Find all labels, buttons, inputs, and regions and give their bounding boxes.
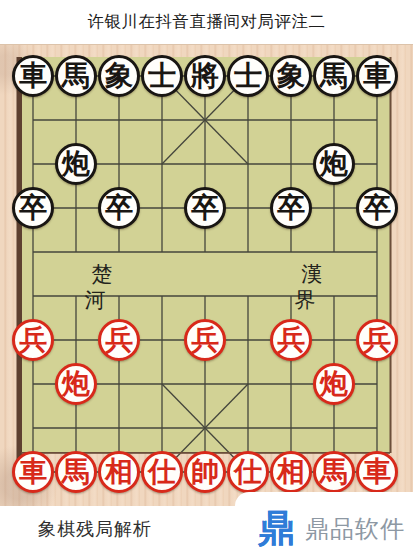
piece-red-仕[interactable]: 仕	[141, 451, 183, 493]
piece-black-卒[interactable]: 卒	[98, 187, 140, 229]
piece-black-車[interactable]: 車	[356, 55, 398, 97]
piece-black-卒[interactable]: 卒	[184, 187, 226, 229]
piece-red-馬[interactable]: 馬	[313, 451, 355, 493]
piece-black-士[interactable]: 士	[227, 55, 269, 97]
page-title: 许银川在抖音直播间对局评注二	[88, 11, 326, 33]
piece-black-象[interactable]: 象	[98, 55, 140, 97]
dingpin-logo-text: 鼎品软件	[305, 513, 405, 545]
piece-red-帥[interactable]: 帥	[184, 451, 226, 493]
piece-black-馬[interactable]: 馬	[55, 55, 97, 97]
piece-red-仕[interactable]: 仕	[227, 451, 269, 493]
piece-red-相[interactable]: 相	[270, 451, 312, 493]
piece-black-將[interactable]: 將	[184, 55, 226, 97]
piece-red-相[interactable]: 相	[98, 451, 140, 493]
piece-red-炮[interactable]: 炮	[55, 363, 97, 405]
piece-red-兵[interactable]: 兵	[184, 319, 226, 361]
piece-red-車[interactable]: 車	[12, 451, 54, 493]
footer-bar: 象棋残局解析 鼎 鼎品软件	[0, 506, 413, 550]
footer-caption: 象棋残局解析	[38, 517, 152, 541]
piece-red-兵[interactable]: 兵	[270, 319, 312, 361]
piece-black-卒[interactable]: 卒	[270, 187, 312, 229]
piece-black-車[interactable]: 車	[12, 55, 54, 97]
piece-red-兵[interactable]: 兵	[98, 319, 140, 361]
xiangqi-board[interactable]: 楚 河 漢 界 車馬象士將士象馬車炮炮卒卒卒卒卒兵兵兵兵兵炮炮車馬相仕帥仕相馬車	[0, 44, 413, 506]
piece-black-象[interactable]: 象	[270, 55, 312, 97]
piece-red-兵[interactable]: 兵	[356, 319, 398, 361]
piece-red-炮[interactable]: 炮	[313, 363, 355, 405]
piece-red-馬[interactable]: 馬	[55, 451, 97, 493]
logo-background-tab	[235, 492, 413, 506]
piece-black-馬[interactable]: 馬	[313, 55, 355, 97]
piece-black-卒[interactable]: 卒	[356, 187, 398, 229]
title-bar: 许银川在抖音直播间对局评注二	[0, 0, 413, 44]
piece-black-卒[interactable]: 卒	[12, 187, 54, 229]
dingpin-logo: 鼎 鼎品软件	[258, 506, 405, 550]
dingpin-logo-icon: 鼎	[258, 509, 295, 549]
piece-black-炮[interactable]: 炮	[313, 143, 355, 185]
piece-red-兵[interactable]: 兵	[12, 319, 54, 361]
piece-red-車[interactable]: 車	[356, 451, 398, 493]
piece-black-士[interactable]: 士	[141, 55, 183, 97]
piece-black-炮[interactable]: 炮	[55, 143, 97, 185]
board-grid	[0, 45, 413, 506]
